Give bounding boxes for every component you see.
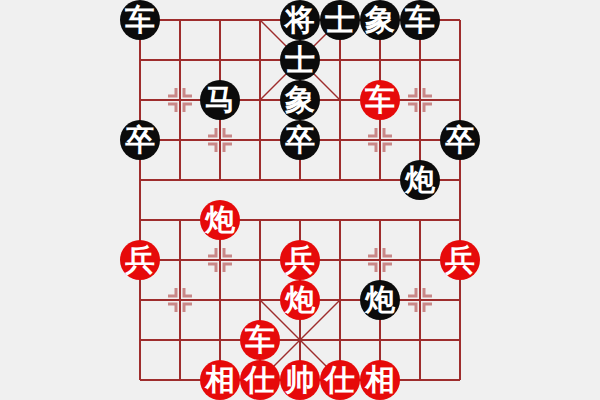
- piece-black-chariot[interactable]: 车: [120, 0, 160, 40]
- piece-black-elephant[interactable]: 象: [280, 80, 320, 120]
- point-marker: [208, 248, 216, 256]
- piece-red-cannon[interactable]: 炮: [200, 200, 240, 240]
- point-marker: [384, 144, 392, 152]
- point-marker: [368, 144, 376, 152]
- piece-red-advisor[interactable]: 仕: [240, 360, 280, 400]
- piece-red-soldier[interactable]: 兵: [120, 240, 160, 280]
- point-marker: [224, 264, 232, 272]
- point-marker: [168, 288, 176, 296]
- point-marker: [208, 144, 216, 152]
- piece-red-soldier[interactable]: 兵: [440, 240, 480, 280]
- piece-black-soldier[interactable]: 卒: [440, 120, 480, 160]
- point-marker: [408, 288, 416, 296]
- point-marker: [224, 248, 232, 256]
- piece-red-soldier[interactable]: 兵: [280, 240, 320, 280]
- point-marker: [168, 304, 176, 312]
- point-marker: [424, 88, 432, 96]
- piece-black-soldier[interactable]: 卒: [120, 120, 160, 160]
- piece-red-general[interactable]: 帅: [280, 360, 320, 400]
- point-marker: [224, 144, 232, 152]
- point-marker: [208, 264, 216, 272]
- point-marker: [184, 88, 192, 96]
- piece-black-general[interactable]: 将: [280, 0, 320, 40]
- point-marker: [168, 88, 176, 96]
- piece-black-cannon[interactable]: 炮: [360, 280, 400, 320]
- piece-red-elephant[interactable]: 相: [200, 360, 240, 400]
- point-marker: [184, 304, 192, 312]
- point-marker: [368, 264, 376, 272]
- point-marker: [408, 304, 416, 312]
- point-marker: [384, 248, 392, 256]
- point-marker: [368, 128, 376, 136]
- piece-red-chariot[interactable]: 车: [360, 80, 400, 120]
- piece-black-elephant[interactable]: 象: [360, 0, 400, 40]
- point-marker: [368, 248, 376, 256]
- piece-red-chariot[interactable]: 车: [240, 320, 280, 360]
- point-marker: [184, 288, 192, 296]
- point-marker: [424, 304, 432, 312]
- point-marker: [184, 104, 192, 112]
- point-marker: [224, 128, 232, 136]
- point-marker: [408, 88, 416, 96]
- piece-black-cannon[interactable]: 炮: [400, 160, 440, 200]
- xiangqi-board-area: 车将士象车士马象车卒卒卒炮炮兵兵兵炮炮车相仕帅仕相: [0, 0, 600, 400]
- piece-black-soldier[interactable]: 卒: [280, 120, 320, 160]
- piece-red-cannon[interactable]: 炮: [280, 280, 320, 320]
- piece-black-horse[interactable]: 马: [200, 80, 240, 120]
- point-marker: [384, 128, 392, 136]
- point-marker: [408, 104, 416, 112]
- piece-red-elephant[interactable]: 相: [360, 360, 400, 400]
- piece-black-chariot[interactable]: 车: [400, 0, 440, 40]
- point-marker: [424, 288, 432, 296]
- piece-black-advisor[interactable]: 士: [320, 0, 360, 40]
- point-marker: [424, 104, 432, 112]
- point-marker: [208, 128, 216, 136]
- point-marker: [168, 104, 176, 112]
- piece-black-advisor[interactable]: 士: [280, 40, 320, 80]
- piece-red-advisor[interactable]: 仕: [320, 360, 360, 400]
- point-marker: [384, 264, 392, 272]
